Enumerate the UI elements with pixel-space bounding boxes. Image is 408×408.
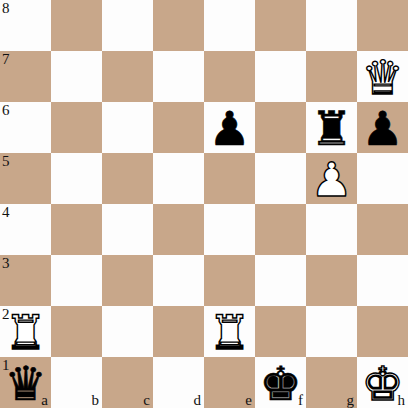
square-h7[interactable]: ♛ — [357, 51, 408, 102]
piece-white-pawn[interactable]: ♟ — [310, 156, 352, 203]
square-a5[interactable]: 5 — [0, 153, 51, 204]
square-e8[interactable] — [204, 0, 255, 51]
square-c6[interactable] — [102, 102, 153, 153]
square-f3[interactable] — [255, 255, 306, 306]
square-c4[interactable] — [102, 204, 153, 255]
rank-label-5: 5 — [2, 154, 10, 169]
square-f2[interactable] — [255, 306, 306, 357]
square-d2[interactable] — [153, 306, 204, 357]
square-d8[interactable] — [153, 0, 204, 51]
square-g5[interactable]: ♟ — [306, 153, 357, 204]
square-h3[interactable] — [357, 255, 408, 306]
square-e4[interactable] — [204, 204, 255, 255]
square-g6[interactable]: ♜ — [306, 102, 357, 153]
square-a8[interactable]: 8 — [0, 0, 51, 51]
square-h1[interactable]: h♚ — [357, 357, 408, 408]
piece-black-queen[interactable]: ♛ — [4, 360, 46, 407]
square-a4[interactable]: 4 — [0, 204, 51, 255]
piece-black-king[interactable]: ♚ — [259, 360, 301, 407]
piece-white-queen[interactable]: ♛ — [361, 54, 403, 101]
rank-label-8: 8 — [2, 1, 10, 16]
square-g4[interactable] — [306, 204, 357, 255]
piece-white-rook[interactable]: ♜ — [208, 309, 250, 356]
square-b4[interactable] — [51, 204, 102, 255]
square-e1[interactable]: e — [204, 357, 255, 408]
square-b2[interactable] — [51, 306, 102, 357]
square-b7[interactable] — [51, 51, 102, 102]
chess-board: 87♛6♟♜♟5♟432♜♜1a♛bcdef♚gh♚ — [0, 0, 408, 408]
file-label-c: c — [143, 393, 150, 408]
square-g2[interactable] — [306, 306, 357, 357]
square-h2[interactable] — [357, 306, 408, 357]
square-a6[interactable]: 6 — [0, 102, 51, 153]
square-e7[interactable] — [204, 51, 255, 102]
square-g8[interactable] — [306, 0, 357, 51]
rank-label-7: 7 — [2, 52, 10, 67]
piece-white-rook[interactable]: ♜ — [4, 309, 46, 356]
square-c2[interactable] — [102, 306, 153, 357]
square-g3[interactable] — [306, 255, 357, 306]
square-e6[interactable]: ♟ — [204, 102, 255, 153]
file-label-d: d — [194, 393, 202, 408]
square-e3[interactable] — [204, 255, 255, 306]
square-c7[interactable] — [102, 51, 153, 102]
piece-black-rook[interactable]: ♜ — [310, 105, 352, 152]
file-label-e: e — [245, 393, 252, 408]
square-e5[interactable] — [204, 153, 255, 204]
file-label-g: g — [347, 393, 355, 408]
square-f5[interactable] — [255, 153, 306, 204]
square-a7[interactable]: 7 — [0, 51, 51, 102]
square-d3[interactable] — [153, 255, 204, 306]
square-b3[interactable] — [51, 255, 102, 306]
square-h8[interactable] — [357, 0, 408, 51]
square-f6[interactable] — [255, 102, 306, 153]
piece-white-king[interactable]: ♚ — [361, 360, 403, 407]
square-d7[interactable] — [153, 51, 204, 102]
square-a1[interactable]: 1a♛ — [0, 357, 51, 408]
piece-black-pawn[interactable]: ♟ — [361, 105, 403, 152]
chess-diagram: 87♛6♟♜♟5♟432♜♜1a♛bcdef♚gh♚ — [0, 0, 408, 408]
square-a3[interactable]: 3 — [0, 255, 51, 306]
square-d6[interactable] — [153, 102, 204, 153]
square-a2[interactable]: 2♜ — [0, 306, 51, 357]
square-e2[interactable]: ♜ — [204, 306, 255, 357]
square-b6[interactable] — [51, 102, 102, 153]
piece-black-pawn[interactable]: ♟ — [208, 105, 250, 152]
square-g1[interactable]: g — [306, 357, 357, 408]
square-c1[interactable]: c — [102, 357, 153, 408]
square-d5[interactable] — [153, 153, 204, 204]
square-b1[interactable]: b — [51, 357, 102, 408]
rank-label-6: 6 — [2, 103, 10, 118]
square-b5[interactable] — [51, 153, 102, 204]
square-d4[interactable] — [153, 204, 204, 255]
square-h6[interactable]: ♟ — [357, 102, 408, 153]
square-h4[interactable] — [357, 204, 408, 255]
square-f8[interactable] — [255, 0, 306, 51]
square-h5[interactable] — [357, 153, 408, 204]
square-c8[interactable] — [102, 0, 153, 51]
square-d1[interactable]: d — [153, 357, 204, 408]
square-f4[interactable] — [255, 204, 306, 255]
square-c5[interactable] — [102, 153, 153, 204]
square-f7[interactable] — [255, 51, 306, 102]
square-g7[interactable] — [306, 51, 357, 102]
square-f1[interactable]: f♚ — [255, 357, 306, 408]
rank-label-4: 4 — [2, 205, 10, 220]
file-label-b: b — [92, 393, 100, 408]
rank-label-3: 3 — [2, 256, 10, 271]
square-b8[interactable] — [51, 0, 102, 51]
square-c3[interactable] — [102, 255, 153, 306]
